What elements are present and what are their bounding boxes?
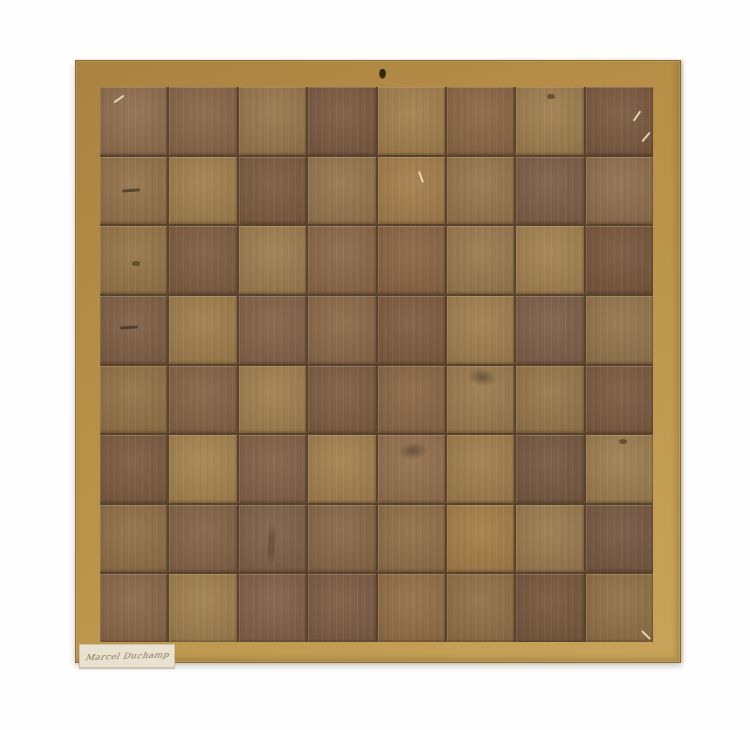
square-b5 <box>169 296 236 364</box>
wood-dark-smudge <box>466 366 498 388</box>
square-a4 <box>100 366 167 434</box>
square-d4 <box>308 366 375 434</box>
square-f1 <box>447 574 514 642</box>
square-e8 <box>378 87 445 155</box>
square-b8 <box>169 87 236 155</box>
square-b1 <box>169 574 236 642</box>
square-e1 <box>378 574 445 642</box>
square-c6 <box>239 226 306 294</box>
signature-text: Marcel Duchamp <box>84 650 169 662</box>
square-h1 <box>586 574 653 642</box>
nail-hole-icon <box>379 69 386 79</box>
square-e3 <box>378 435 445 503</box>
wood-light-scratch <box>418 171 424 183</box>
square-c5 <box>239 296 306 364</box>
wood-light-scratch <box>633 111 642 122</box>
square-a3 <box>100 435 167 503</box>
square-f5 <box>447 296 514 364</box>
square-b7 <box>169 157 236 225</box>
square-h6 <box>586 226 653 294</box>
square-f2 <box>447 505 514 573</box>
square-a5 <box>100 296 167 364</box>
square-g4 <box>516 366 583 434</box>
square-b3 <box>169 435 236 503</box>
square-f6 <box>447 226 514 294</box>
square-a1 <box>100 574 167 642</box>
square-b4 <box>169 366 236 434</box>
square-h7 <box>586 157 653 225</box>
square-f4 <box>447 366 514 434</box>
wood-light-scratch <box>114 95 125 104</box>
square-d5 <box>308 296 375 364</box>
square-f3 <box>447 435 514 503</box>
square-g3 <box>516 435 583 503</box>
square-c4 <box>239 366 306 434</box>
square-b6 <box>169 226 236 294</box>
square-c1 <box>239 574 306 642</box>
square-e6 <box>378 226 445 294</box>
square-e7 <box>378 157 445 225</box>
square-d8 <box>308 87 375 155</box>
square-a7 <box>100 157 167 225</box>
board-grid <box>100 87 653 642</box>
square-g6 <box>516 226 583 294</box>
wood-dark-knot-dash <box>121 188 139 192</box>
square-a6 <box>100 226 167 294</box>
square-h2 <box>586 505 653 573</box>
square-h4 <box>586 366 653 434</box>
signature-label: Marcel Duchamp <box>79 644 175 668</box>
square-f8 <box>447 87 514 155</box>
photo-background: Marcel Duchamp <box>0 0 750 730</box>
wood-dark-smudge <box>397 440 429 461</box>
wood-dark-knot-dash <box>120 325 138 329</box>
wood-light-scratch <box>641 630 651 640</box>
square-g1 <box>516 574 583 642</box>
square-b2 <box>169 505 236 573</box>
square-d7 <box>308 157 375 225</box>
wood-light-scratch <box>641 131 650 141</box>
square-d6 <box>308 226 375 294</box>
wood-dark-knot <box>547 94 555 99</box>
square-e5 <box>378 296 445 364</box>
square-c2 <box>239 505 306 573</box>
wood-dark-streak <box>267 522 276 564</box>
square-g5 <box>516 296 583 364</box>
square-c8 <box>239 87 306 155</box>
square-e2 <box>378 505 445 573</box>
square-e4 <box>378 366 445 434</box>
chessboard: Marcel Duchamp <box>75 60 681 663</box>
square-d2 <box>308 505 375 573</box>
square-a8 <box>100 87 167 155</box>
square-d1 <box>308 574 375 642</box>
square-d3 <box>308 435 375 503</box>
square-c7 <box>239 157 306 225</box>
square-h5 <box>586 296 653 364</box>
square-h3 <box>586 435 653 503</box>
square-g2 <box>516 505 583 573</box>
square-h8 <box>586 87 653 155</box>
square-c3 <box>239 435 306 503</box>
square-g8 <box>516 87 583 155</box>
square-g7 <box>516 157 583 225</box>
wood-dark-knot <box>619 439 627 444</box>
square-f7 <box>447 157 514 225</box>
square-a2 <box>100 505 167 573</box>
wood-dark-knot <box>132 261 140 266</box>
